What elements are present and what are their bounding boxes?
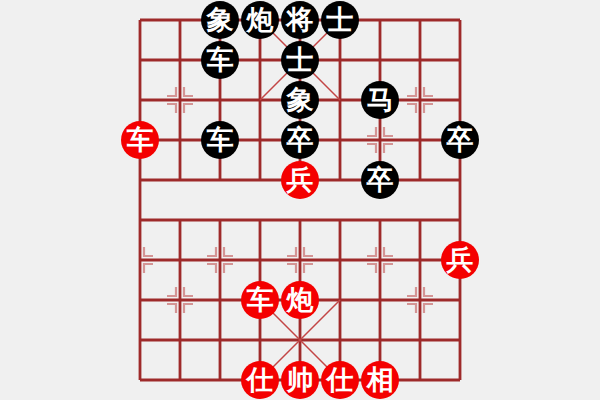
piece-red-general[interactable]: 帅 (281, 361, 319, 399)
piece-black-advisor[interactable]: 士 (321, 1, 359, 39)
piece-black-soldier[interactable]: 卒 (281, 121, 319, 159)
piece-red-elephant[interactable]: 相 (361, 361, 399, 399)
piece-black-chariot[interactable]: 车 (201, 41, 239, 79)
xiangqi-board: 象炮将士车士象马车车卒卒兵卒兵车炮仕帅仕相 (0, 0, 600, 400)
piece-black-elephant[interactable]: 象 (281, 81, 319, 119)
piece-black-cannon[interactable]: 炮 (241, 1, 279, 39)
piece-black-advisor[interactable]: 士 (281, 41, 319, 79)
piece-red-cannon[interactable]: 炮 (281, 281, 319, 319)
pieces-grid: 象炮将士车士象马车车卒卒兵卒兵车炮仕帅仕相 (120, 0, 480, 400)
piece-red-chariot[interactable]: 车 (121, 121, 159, 159)
piece-black-general[interactable]: 将 (281, 1, 319, 39)
piece-red-chariot[interactable]: 车 (241, 281, 279, 319)
piece-black-horse[interactable]: 马 (361, 81, 399, 119)
piece-red-advisor[interactable]: 仕 (241, 361, 279, 399)
piece-red-soldier[interactable]: 兵 (281, 161, 319, 199)
piece-black-chariot[interactable]: 车 (201, 121, 239, 159)
piece-red-advisor[interactable]: 仕 (321, 361, 359, 399)
piece-black-soldier[interactable]: 卒 (441, 121, 479, 159)
piece-black-elephant[interactable]: 象 (201, 1, 239, 39)
piece-red-soldier[interactable]: 兵 (441, 241, 479, 279)
piece-black-soldier[interactable]: 卒 (361, 161, 399, 199)
